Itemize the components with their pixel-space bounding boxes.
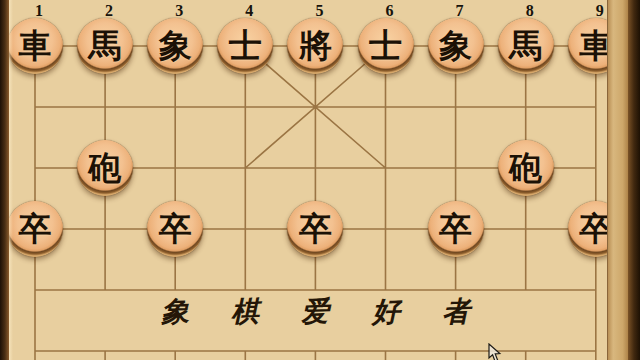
- board-frame-left-highlight: [9, 0, 13, 360]
- piece-glyph: 卒: [439, 213, 472, 246]
- piece-glyph: 砲: [509, 152, 542, 185]
- piece-卒-file1-rank4[interactable]: 卒: [7, 201, 63, 257]
- piece-glyph: 馬: [89, 30, 122, 63]
- river-char-4: 好: [363, 297, 408, 327]
- river-char-1: 象: [153, 297, 198, 327]
- piece-glyph: 士: [369, 30, 402, 63]
- mouse-cursor-icon: [488, 343, 502, 360]
- board-frame-left-edge: [0, 0, 9, 360]
- piece-士-file4-rank1[interactable]: 士: [217, 18, 273, 74]
- piece-車-file1-rank1[interactable]: 車: [7, 18, 63, 74]
- piece-glyph: 卒: [19, 213, 52, 246]
- piece-砲-file8-rank3[interactable]: 砲: [498, 140, 554, 196]
- piece-glyph: 卒: [159, 213, 192, 246]
- river-char-2: 棋: [223, 297, 268, 327]
- piece-glyph: 將: [299, 30, 332, 63]
- piece-馬-file2-rank1[interactable]: 馬: [77, 18, 133, 74]
- piece-象-file3-rank1[interactable]: 象: [147, 18, 203, 74]
- piece-glyph: 士: [229, 30, 262, 63]
- piece-glyph: 卒: [299, 213, 332, 246]
- piece-卒-file7-rank4[interactable]: 卒: [428, 201, 484, 257]
- piece-將-file5-rank1[interactable]: 將: [287, 18, 343, 74]
- piece-馬-file8-rank1[interactable]: 馬: [498, 18, 554, 74]
- piece-卒-file3-rank4[interactable]: 卒: [147, 201, 203, 257]
- piece-卒-file5-rank4[interactable]: 卒: [287, 201, 343, 257]
- river-char-3: 爱: [293, 297, 338, 327]
- piece-glyph: 馬: [509, 30, 542, 63]
- piece-砲-file2-rank3[interactable]: 砲: [77, 140, 133, 196]
- piece-glyph: 砲: [89, 152, 122, 185]
- river-char-5: 者: [433, 297, 478, 327]
- board-frame-right-edge: [628, 0, 640, 360]
- piece-象-file7-rank1[interactable]: 象: [428, 18, 484, 74]
- piece-glyph: 車: [19, 30, 52, 63]
- xiangqi-board-window: 123456789 象棋爱好者 車馬象士將士象馬車砲砲卒卒卒卒卒: [0, 0, 640, 360]
- piece-glyph: 象: [439, 30, 472, 63]
- board-frame-right-strip: [607, 0, 629, 360]
- piece-士-file6-rank1[interactable]: 士: [358, 18, 414, 74]
- piece-glyph: 象: [159, 30, 192, 63]
